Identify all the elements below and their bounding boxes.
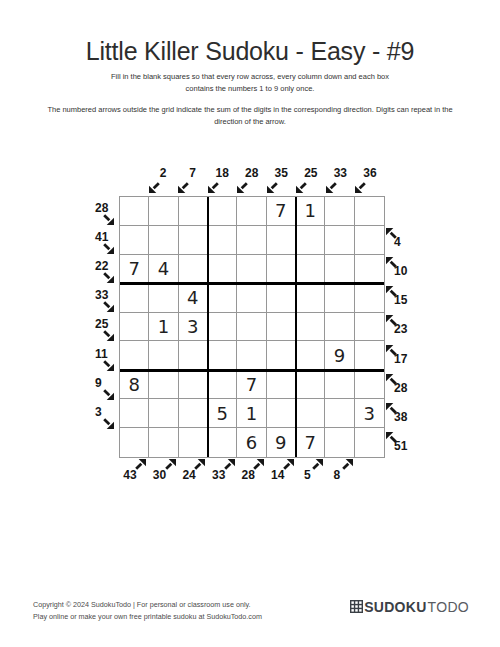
cell-r8c4: 5 [208,399,237,428]
cell-r7c2[interactable] [149,370,178,399]
cell-r9c4[interactable] [208,428,237,457]
cell-r8c5: 1 [237,399,266,428]
cell-r1c1[interactable] [120,197,149,226]
clue-value: 28 [95,202,108,214]
clue-right-row4: 15 [386,283,416,313]
down-left-arrow-icon [178,182,189,193]
cell-r2c5[interactable] [237,226,266,255]
cell-r9c7: 7 [296,428,325,457]
clue-value: 15 [394,294,407,306]
cell-r1c2[interactable] [149,197,178,226]
cell-r7c8[interactable] [325,370,354,399]
sudoku-board: 7174413987513697 [119,196,385,458]
clue-value: 28 [237,469,259,481]
cell-r7c5: 7 [237,370,266,399]
puzzle-area: Little Killer Sudoku - Easy - #9 Fill in… [0,0,500,647]
clue-value: 5 [296,469,318,481]
clue-left-row3: 22 [88,254,118,284]
down-right-arrow-icon [103,360,114,371]
down-right-arrow-icon [103,389,114,400]
cell-r5c8[interactable] [325,313,354,342]
cell-r1c3[interactable] [179,197,208,226]
grid-logo-icon [350,600,363,613]
cell-r3c3[interactable] [179,255,208,284]
clue-bottom-col7: 5 [296,459,326,489]
cell-r8c2[interactable] [149,399,178,428]
down-left-arrow-icon [149,182,160,193]
cell-r1c5[interactable] [237,197,266,226]
clue-right-row8: 38 [386,400,416,430]
cell-r4c9[interactable] [355,284,384,313]
cell-r6c5[interactable] [237,341,266,370]
clue-top-col5: 28 [234,167,264,197]
cell-r5c4[interactable] [208,313,237,342]
cell-r9c5: 6 [237,428,266,457]
clue-value: 41 [95,231,108,243]
clue-left-row1: 28 [88,196,118,226]
down-right-arrow-icon [103,330,114,341]
clue-value: 2 [153,167,174,179]
clue-top-col3: 7 [175,167,205,197]
clue-value: 43 [119,469,141,481]
box-border-vertical-2 [295,197,298,457]
cell-r2c1[interactable] [120,226,149,255]
cell-r4c5[interactable] [237,284,266,313]
clue-bottom-col2: 30 [149,459,179,489]
clue-top-col9: 36 [352,167,382,197]
cell-r8c6[interactable] [267,399,296,428]
cell-r8c1[interactable] [120,399,149,428]
clue-value: 14 [267,469,289,481]
cell-r2c4[interactable] [208,226,237,255]
clue-bottom-col5: 28 [237,459,267,489]
clue-top-col2: 2 [146,167,176,197]
clue-value: 28 [241,167,262,179]
clue-value: 10 [394,265,407,277]
clue-value: 38 [394,411,407,423]
brand-logo: SUDOKU TODO [350,599,469,614]
cell-r2c2[interactable] [149,226,178,255]
cell-r7c6[interactable] [267,370,296,399]
cell-r7c3[interactable] [179,370,208,399]
clue-value: 25 [300,167,321,179]
cell-r5c6[interactable] [267,313,296,342]
cell-r9c6: 9 [267,428,296,457]
cell-r5c1[interactable] [120,313,149,342]
cell-r1c7: 1 [296,197,325,226]
clue-value: 33 [208,469,230,481]
clue-left-row4: 33 [88,283,118,313]
cell-r1c6: 7 [267,197,296,226]
cell-r4c3: 4 [179,284,208,313]
cell-r2c3[interactable] [179,226,208,255]
cell-r4c8[interactable] [325,284,354,313]
clue-right-row6: 17 [386,342,416,372]
clue-left-row6: 11 [88,342,118,372]
down-left-arrow-icon [355,182,366,193]
clue-right-row5: 23 [386,312,416,342]
cell-r6c3[interactable] [179,341,208,370]
cell-r6c9[interactable] [355,341,384,370]
cell-r6c4[interactable] [208,341,237,370]
cell-r8c9: 3 [355,399,384,428]
clue-top-col7: 25 [293,167,323,197]
cell-r4c6[interactable] [267,284,296,313]
cell-r2c8[interactable] [325,226,354,255]
cell-r9c8[interactable] [325,428,354,457]
clue-value: 25 [95,318,108,330]
down-right-arrow-icon [103,243,114,254]
cell-r3c6[interactable] [267,255,296,284]
down-left-arrow-icon [208,182,219,193]
instructions-arrows: The numbered arrows outside the grid ind… [41,104,459,127]
cell-r6c7[interactable] [296,341,325,370]
clue-left-row8: 3 [88,400,118,430]
clue-value: 36 [359,167,380,179]
cell-r5c9[interactable] [355,313,384,342]
down-left-arrow-icon [326,182,337,193]
cell-r8c8[interactable] [325,399,354,428]
cell-r1c9[interactable] [355,197,384,226]
box-border-horizontal-2 [120,369,384,372]
cell-r7c1: 8 [120,370,149,399]
box-border-horizontal-1 [120,282,384,285]
clue-left-row5: 25 [88,312,118,342]
clue-right-row2: 4 [386,225,416,255]
cell-r7c4[interactable] [208,370,237,399]
cell-r1c4[interactable] [208,197,237,226]
cell-r7c7[interactable] [296,370,325,399]
clue-bottom-col8: 8 [326,459,356,489]
cell-r6c6[interactable] [267,341,296,370]
cell-r2c6[interactable] [267,226,296,255]
cell-r8c7[interactable] [296,399,325,428]
down-left-arrow-icon [296,182,307,193]
clue-value: 33 [95,289,108,301]
clue-right-row7: 28 [386,371,416,401]
cell-r6c8: 9 [325,341,354,370]
clue-value: 8 [326,469,348,481]
clue-value: 30 [149,469,171,481]
cell-r7c9[interactable] [355,370,384,399]
cell-r9c2[interactable] [149,428,178,457]
cell-r4c2[interactable] [149,284,178,313]
clue-top-col4: 18 [205,167,235,197]
clue-left-row7: 9 [88,371,118,401]
clue-left-row2: 41 [88,225,118,255]
down-right-arrow-icon [103,418,114,429]
cell-r5c7[interactable] [296,313,325,342]
cell-r5c3: 3 [179,313,208,342]
footer-line1: Copyright © 2024 SudokuTodo | For person… [33,600,251,609]
box-border-vertical-1 [207,197,210,457]
brand-name-bold: SUDOKU [364,599,426,615]
cell-r9c3[interactable] [179,428,208,457]
cell-r3c5[interactable] [237,255,266,284]
footer-line2: Play online or make your own free printa… [33,612,262,621]
clue-value: 7 [182,167,203,179]
down-right-arrow-icon [103,301,114,312]
clue-value: 28 [394,382,407,394]
cell-r6c1[interactable] [120,341,149,370]
instructions-rule: Fill in the blank squares so that every … [105,71,395,94]
cell-r4c4[interactable] [208,284,237,313]
clue-bottom-col1: 43 [119,459,149,489]
cell-r8c3[interactable] [179,399,208,428]
clue-right-row9: 51 [386,429,416,459]
cell-r3c1: 7 [120,255,149,284]
down-right-arrow-icon [103,272,114,283]
clue-bottom-col6: 14 [267,459,297,489]
clue-value: 35 [271,167,292,179]
clue-value: 23 [394,323,407,335]
clue-right-row3: 10 [386,254,416,284]
cell-r9c9[interactable] [355,428,384,457]
down-left-arrow-icon [267,182,278,193]
cell-r1c8[interactable] [325,197,354,226]
cell-r4c1[interactable] [120,284,149,313]
cell-r4c7[interactable] [296,284,325,313]
clue-value: 9 [95,377,102,389]
clue-value: 24 [178,469,200,481]
brand-name-light: TODO [428,599,469,615]
clue-bottom-col3: 24 [178,459,208,489]
clue-top-col6: 35 [264,167,294,197]
cell-r9c1[interactable] [120,428,149,457]
clue-value: 11 [95,348,108,360]
cell-r6c2[interactable] [149,341,178,370]
clue-value: 17 [394,353,407,365]
cell-r3c4[interactable] [208,255,237,284]
cell-r3c9[interactable] [355,255,384,284]
cell-r5c5[interactable] [237,313,266,342]
clue-value: 51 [394,440,407,452]
page-title: Little Killer Sudoku - Easy - #9 [0,36,500,66]
clue-value: 18 [212,167,233,179]
down-left-arrow-icon [237,182,248,193]
cell-r3c8[interactable] [325,255,354,284]
cell-r3c2: 4 [149,255,178,284]
clue-top-col8: 33 [323,167,353,197]
clue-value: 3 [95,406,102,418]
clue-value: 33 [330,167,351,179]
footer-copyright: Copyright © 2024 SudokuTodo | For person… [33,599,262,623]
cell-r2c9[interactable] [355,226,384,255]
clue-bottom-col4: 33 [208,459,238,489]
cell-r3c7[interactable] [296,255,325,284]
cell-r2c7[interactable] [296,226,325,255]
clue-value: 22 [95,260,108,272]
cell-r5c2: 1 [149,313,178,342]
clue-value: 4 [394,236,401,248]
down-right-arrow-icon [103,214,114,225]
